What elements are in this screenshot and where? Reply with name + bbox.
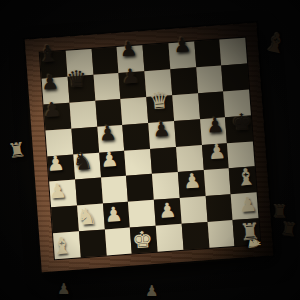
board-square[interactable] xyxy=(172,93,200,121)
board-square[interactable]: ♟ xyxy=(178,170,206,198)
piece-white-pawn[interactable]: ♟ xyxy=(154,197,182,225)
piece-black-pawn[interactable]: ♟ xyxy=(148,115,176,143)
piece-black-king[interactable]: ♚ xyxy=(228,109,256,137)
board-square[interactable] xyxy=(93,73,121,101)
board-square[interactable] xyxy=(75,178,103,206)
board-square[interactable] xyxy=(221,63,249,91)
board-frame: ♝♟♟♟♛♟♟♛♟♟♟♚♟♞♟♟♟♟♝♞♟♟♟♝♚♜ xyxy=(25,23,273,272)
board-square[interactable] xyxy=(69,101,97,129)
board-square[interactable]: ♚ xyxy=(225,115,253,143)
board-square[interactable] xyxy=(128,200,156,228)
board-square[interactable]: ♟ xyxy=(148,121,176,149)
captured-white-rook-left[interactable]: ♜ xyxy=(7,139,28,161)
board-square[interactable]: ♟ xyxy=(99,150,127,178)
board-square[interactable] xyxy=(170,67,198,95)
board-square[interactable] xyxy=(122,123,150,151)
piece-white-pawn[interactable]: ♟ xyxy=(100,201,128,229)
piece-white-bishop[interactable]: ♝ xyxy=(232,163,260,191)
piece-white-queen[interactable]: ♛ xyxy=(146,87,174,115)
fallen-white-knight-corner[interactable]: ♞ xyxy=(245,236,263,253)
piece-white-pawn[interactable]: ♟ xyxy=(42,150,70,178)
faint-white-piece-bottom-left[interactable]: ♟ xyxy=(57,282,70,297)
captured-black-piece-right-2[interactable]: ♜ xyxy=(280,220,298,240)
board-square[interactable] xyxy=(203,169,231,197)
board-square[interactable] xyxy=(207,220,235,248)
board-square[interactable] xyxy=(142,43,170,71)
board-square[interactable] xyxy=(126,174,154,202)
piece-black-pawn[interactable]: ♟ xyxy=(36,68,64,96)
board-square[interactable]: ♝ xyxy=(53,231,81,259)
board-square[interactable]: ♟ xyxy=(102,202,130,230)
piece-black-pawn[interactable]: ♟ xyxy=(94,119,122,147)
board-square[interactable]: ♟ xyxy=(44,102,72,130)
board-square[interactable] xyxy=(101,176,129,204)
board-square[interactable]: ♟ xyxy=(154,198,182,226)
board-square[interactable]: ♟ xyxy=(201,143,229,171)
board-square[interactable] xyxy=(174,119,202,147)
board-square[interactable] xyxy=(124,148,152,176)
board-square[interactable] xyxy=(152,172,180,200)
board-square[interactable] xyxy=(205,194,233,222)
piece-white-knight[interactable]: ♞ xyxy=(73,203,101,231)
piece-black-pawn[interactable]: ♟ xyxy=(201,111,229,139)
board-square[interactable]: ♟ xyxy=(168,41,196,69)
piece-white-pawn[interactable]: ♟ xyxy=(234,191,262,219)
board-square[interactable]: ♟ xyxy=(119,71,147,99)
piece-white-bishop[interactable]: ♝ xyxy=(48,232,76,260)
piece-white-pawn[interactable]: ♟ xyxy=(178,167,206,195)
board-square[interactable] xyxy=(220,38,248,66)
chess-board[interactable]: ♝♟♟♟♛♟♟♛♟♟♟♚♟♞♟♟♟♟♝♞♟♟♟♝♚♜ xyxy=(39,37,262,261)
board-square[interactable] xyxy=(79,230,107,258)
piece-black-queen[interactable]: ♛ xyxy=(63,66,91,94)
board-square[interactable] xyxy=(91,47,119,75)
board-square[interactable] xyxy=(194,40,222,68)
board-square[interactable] xyxy=(196,65,224,93)
board-square[interactable] xyxy=(181,222,209,250)
board-square[interactable] xyxy=(104,228,132,256)
piece-black-pawn[interactable]: ♟ xyxy=(38,95,66,123)
board-square[interactable] xyxy=(121,97,149,125)
piece-white-pawn[interactable]: ♟ xyxy=(44,177,72,205)
board-square[interactable] xyxy=(150,147,178,175)
board-square[interactable]: ♚ xyxy=(130,226,158,254)
board-square[interactable] xyxy=(180,196,208,224)
board-square[interactable]: ♟ xyxy=(231,192,259,220)
piece-black-knight[interactable]: ♞ xyxy=(69,148,97,176)
faint-white-piece-bottom-center[interactable]: ♟ xyxy=(145,284,158,299)
piece-black-pawn[interactable]: ♟ xyxy=(115,35,143,63)
piece-white-pawn[interactable]: ♟ xyxy=(96,146,124,174)
piece-black-pawn[interactable]: ♟ xyxy=(168,31,196,59)
piece-white-king[interactable]: ♚ xyxy=(129,226,157,254)
board-square[interactable] xyxy=(156,224,184,252)
photo-scene: ♝♟♟♟♛♟♟♛♟♟♟♚♟♞♟♟♟♟♝♞♟♟♟♝♚♜ ♜♝♜♜♞♟♟ xyxy=(0,0,300,300)
piece-black-bishop[interactable]: ♝ xyxy=(34,41,62,69)
board-square[interactable]: ♛ xyxy=(67,75,95,103)
piece-black-pawn[interactable]: ♟ xyxy=(117,62,145,90)
